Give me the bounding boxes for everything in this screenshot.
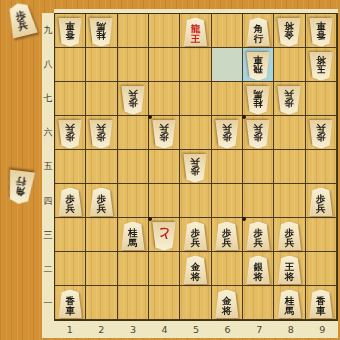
piece-char: 車 bbox=[253, 55, 263, 65]
piece-char: 兵 bbox=[253, 123, 263, 133]
rank-label-二: 二 bbox=[42, 253, 54, 287]
piece-face: 香車 bbox=[308, 289, 333, 318]
piece-gote-kinsho[interactable]: 金将 bbox=[183, 255, 208, 284]
square-5四[interactable] bbox=[180, 184, 211, 218]
square-9六[interactable]: 歩兵 bbox=[306, 116, 337, 150]
piece-face: 歩兵 bbox=[89, 187, 114, 216]
square-3一[interactable] bbox=[118, 286, 149, 320]
piece-gote-fuhyo[interactable]: 歩兵 bbox=[214, 221, 239, 250]
square-9七[interactable] bbox=[306, 82, 337, 116]
piece-face: 銀将 bbox=[246, 255, 271, 284]
square-5八[interactable] bbox=[180, 48, 211, 82]
piece-char: 馬 bbox=[128, 237, 138, 247]
piece-face: 角行 bbox=[5, 169, 36, 205]
piece-face: 歩兵 bbox=[183, 221, 208, 250]
piece-sente-fuhyo[interactable]: 歩兵 bbox=[152, 119, 177, 148]
piece-face: と bbox=[152, 221, 177, 250]
piece-char: 車 bbox=[65, 305, 75, 315]
square-3九[interactable] bbox=[118, 14, 149, 48]
piece-face: 金将 bbox=[277, 17, 302, 46]
piece-char: 兵 bbox=[191, 157, 201, 167]
square-3八[interactable] bbox=[118, 48, 149, 82]
square-2三[interactable] bbox=[86, 218, 117, 252]
piece-gote-fuhyo[interactable]: 歩兵 bbox=[89, 187, 114, 216]
square-5一[interactable] bbox=[180, 286, 211, 320]
square-7九[interactable]: 角行 bbox=[243, 14, 274, 48]
file-label-6: 6 bbox=[212, 321, 244, 338]
piece-char: 兵 bbox=[97, 203, 107, 213]
square-2五[interactable] bbox=[86, 150, 117, 184]
piece-char: 行 bbox=[16, 175, 27, 186]
square-5五[interactable]: 歩兵 bbox=[180, 150, 211, 184]
square-5七[interactable] bbox=[180, 82, 211, 116]
piece-sente-kinsho[interactable]: 金将 bbox=[277, 17, 302, 46]
label-corner bbox=[42, 321, 54, 338]
piece-face: 桂馬 bbox=[246, 85, 271, 114]
sente-hand-piece[interactable]: 角行 bbox=[5, 169, 36, 205]
piece-face: 金将 bbox=[183, 255, 208, 284]
piece-gote-osho[interactable]: 王将 bbox=[277, 255, 302, 284]
gote-hand-piece[interactable]: 歩兵 bbox=[4, 0, 38, 39]
star-point bbox=[242, 115, 246, 119]
square-6二[interactable] bbox=[212, 252, 243, 286]
piece-char: 車 bbox=[316, 21, 326, 31]
square-7二[interactable]: 銀将 bbox=[243, 252, 274, 286]
square-2九[interactable]: 桂馬 bbox=[86, 14, 117, 48]
piece-face: 香車 bbox=[58, 17, 83, 46]
square-1三[interactable] bbox=[55, 218, 86, 252]
square-7五[interactable] bbox=[243, 150, 274, 184]
square-9五[interactable] bbox=[306, 150, 337, 184]
piece-sente-kyosha[interactable]: 香車 bbox=[58, 17, 83, 46]
piece-face: 歩兵 bbox=[214, 221, 239, 250]
piece-face: 歩兵 bbox=[277, 221, 302, 250]
piece-char: 兵 bbox=[222, 123, 232, 133]
square-8三[interactable]: 歩兵 bbox=[274, 218, 305, 252]
piece-char: 兵 bbox=[222, 237, 232, 247]
square-3四[interactable] bbox=[118, 184, 149, 218]
square-3六[interactable] bbox=[118, 116, 149, 150]
piece-char: 兵 bbox=[97, 123, 107, 133]
square-5九[interactable]: 龍王 bbox=[180, 14, 211, 48]
piece-char: 兵 bbox=[316, 123, 326, 133]
piece-face: 桂馬 bbox=[120, 221, 145, 250]
rank-label-八: 八 bbox=[42, 47, 54, 81]
piece-face: 飛車 bbox=[246, 51, 271, 80]
square-7六[interactable]: 歩兵 bbox=[243, 116, 274, 150]
square-9三[interactable] bbox=[306, 218, 337, 252]
file-label-1: 1 bbox=[54, 321, 86, 338]
square-4五[interactable] bbox=[149, 150, 180, 184]
square-4二[interactable] bbox=[149, 252, 180, 286]
piece-face: 金将 bbox=[214, 289, 239, 318]
rank-labels: 九八七六五四三二一 bbox=[42, 13, 54, 321]
square-6一[interactable]: 金将 bbox=[212, 286, 243, 320]
square-8七[interactable]: 歩兵 bbox=[274, 82, 305, 116]
square-3七[interactable]: 歩兵 bbox=[118, 82, 149, 116]
piece-char: 兵 bbox=[128, 89, 138, 99]
piece-char: 兵 bbox=[285, 237, 295, 247]
square-2七[interactable] bbox=[86, 82, 117, 116]
piece-face: 香車 bbox=[58, 289, 83, 318]
square-1一[interactable]: 香車 bbox=[55, 286, 86, 320]
file-label-9: 9 bbox=[307, 321, 339, 338]
square-6八[interactable] bbox=[212, 48, 243, 82]
piece-gote-fuhyo[interactable]: 歩兵 bbox=[246, 221, 271, 250]
square-6九[interactable] bbox=[212, 14, 243, 48]
square-1八[interactable] bbox=[55, 48, 86, 82]
piece-sente-fuhyo[interactable]: 歩兵 bbox=[214, 119, 239, 148]
square-4三[interactable]: と bbox=[149, 218, 180, 252]
square-2六[interactable]: 歩兵 bbox=[86, 116, 117, 150]
piece-gote-ginsho[interactable]: 銀将 bbox=[246, 255, 271, 284]
file-label-8: 8 bbox=[275, 321, 307, 338]
piece-char: 王 bbox=[191, 33, 201, 43]
square-4六[interactable]: 歩兵 bbox=[149, 116, 180, 150]
square-9八[interactable]: 玉将 bbox=[306, 48, 337, 82]
square-4九[interactable] bbox=[149, 14, 180, 48]
rank-label-四: 四 bbox=[42, 184, 54, 218]
piece-face: 歩兵 bbox=[89, 119, 114, 148]
piece-face: 歩兵 bbox=[246, 221, 271, 250]
file-label-4: 4 bbox=[149, 321, 181, 338]
square-3三[interactable]: 桂馬 bbox=[118, 218, 149, 252]
square-1二[interactable] bbox=[55, 252, 86, 286]
square-5二[interactable]: 金将 bbox=[180, 252, 211, 286]
square-1七[interactable] bbox=[55, 82, 86, 116]
piece-face: 桂馬 bbox=[89, 17, 114, 46]
rank-label-一: 一 bbox=[42, 287, 54, 321]
piece-sente-keima[interactable]: 桂馬 bbox=[89, 17, 114, 46]
square-2二[interactable] bbox=[86, 252, 117, 286]
star-point bbox=[148, 115, 152, 119]
square-4七[interactable] bbox=[149, 82, 180, 116]
file-label-7: 7 bbox=[243, 321, 275, 338]
piece-gote-kinsho[interactable]: 金将 bbox=[214, 289, 239, 318]
square-3五[interactable] bbox=[118, 150, 149, 184]
piece-face: 歩兵 bbox=[214, 119, 239, 148]
rank-label-五: 五 bbox=[42, 150, 54, 184]
square-7八[interactable]: 飛車 bbox=[243, 48, 274, 82]
rank-label-六: 六 bbox=[42, 116, 54, 150]
piece-char: 兵 bbox=[65, 203, 75, 213]
square-5三[interactable]: 歩兵 bbox=[180, 218, 211, 252]
square-9二[interactable] bbox=[306, 252, 337, 286]
square-4四[interactable] bbox=[149, 184, 180, 218]
piece-char: 馬 bbox=[253, 89, 263, 99]
piece-sente-fuhyo[interactable]: 歩兵 bbox=[89, 119, 114, 148]
piece-face: 王将 bbox=[277, 255, 302, 284]
square-9一[interactable]: 香車 bbox=[306, 286, 337, 320]
square-4八[interactable] bbox=[149, 48, 180, 82]
piece-gote-kakugyo[interactable]: 角行 bbox=[246, 17, 271, 46]
piece-sente-fuhyo[interactable]: 歩兵 bbox=[277, 85, 302, 114]
piece-char: 将 bbox=[316, 55, 326, 65]
piece-face: 歩兵 bbox=[4, 0, 38, 39]
piece-char: 将 bbox=[253, 271, 263, 281]
piece-face: 歩兵 bbox=[152, 119, 177, 148]
piece-char: 兵 bbox=[285, 89, 295, 99]
square-8九[interactable]: 金将 bbox=[274, 14, 305, 48]
piece-char: 兵 bbox=[316, 203, 326, 213]
square-1六[interactable]: 歩兵 bbox=[55, 116, 86, 150]
square-8五[interactable] bbox=[274, 150, 305, 184]
piece-char: 馬 bbox=[97, 21, 107, 31]
piece-gote-fuhyo[interactable]: 歩兵 bbox=[58, 187, 83, 216]
piece-gote-kyosha[interactable]: 香車 bbox=[308, 289, 333, 318]
square-8六[interactable] bbox=[274, 116, 305, 150]
piece-char: 兵 bbox=[65, 123, 75, 133]
piece-sente-tokin[interactable]: と bbox=[152, 221, 177, 250]
square-6六[interactable]: 歩兵 bbox=[212, 116, 243, 150]
piece-sente-keima[interactable]: 桂馬 bbox=[246, 85, 271, 114]
square-6五[interactable] bbox=[212, 150, 243, 184]
square-8二[interactable]: 王将 bbox=[274, 252, 305, 286]
piece-char: と bbox=[158, 228, 171, 241]
square-8一[interactable]: 桂馬 bbox=[274, 286, 305, 320]
square-7一[interactable] bbox=[243, 286, 274, 320]
shogi-app-screen: { "game": "shogi", "position": { "sfen":… bbox=[0, 0, 340, 340]
piece-char: 馬 bbox=[285, 305, 295, 315]
piece-gote-fuhyo[interactable]: 歩兵 bbox=[308, 187, 333, 216]
piece-char: 将 bbox=[285, 271, 295, 281]
piece-char: 車 bbox=[316, 305, 326, 315]
piece-face: 歩兵 bbox=[58, 187, 83, 216]
piece-face: 歩兵 bbox=[120, 85, 145, 114]
piece-face: 桂馬 bbox=[277, 289, 302, 318]
square-4一[interactable] bbox=[149, 286, 180, 320]
piece-sente-fuhyo[interactable]: 歩兵 bbox=[246, 119, 271, 148]
piece-char: 兵 bbox=[253, 237, 263, 247]
square-9九[interactable]: 香車 bbox=[306, 14, 337, 48]
square-5六[interactable] bbox=[180, 116, 211, 150]
square-6三[interactable]: 歩兵 bbox=[212, 218, 243, 252]
rank-label-三: 三 bbox=[42, 218, 54, 252]
square-1四[interactable]: 歩兵 bbox=[55, 184, 86, 218]
square-1五[interactable] bbox=[55, 150, 86, 184]
square-7七[interactable]: 桂馬 bbox=[243, 82, 274, 116]
shogi-board: 香車桂馬龍王角行金将香車飛車玉将歩兵桂馬歩兵歩兵歩兵歩兵歩兵歩兵歩兵歩兵歩兵歩兵… bbox=[54, 13, 338, 321]
piece-char: 将 bbox=[222, 305, 232, 315]
file-label-2: 2 bbox=[86, 321, 118, 338]
square-1九[interactable]: 香車 bbox=[55, 14, 86, 48]
piece-gote-keima[interactable]: 桂馬 bbox=[120, 221, 145, 250]
square-7四[interactable] bbox=[243, 184, 274, 218]
piece-gote-fuhyo[interactable]: 歩兵 bbox=[183, 221, 208, 250]
piece-sente-fuhyo[interactable]: 歩兵 bbox=[120, 85, 145, 114]
piece-face: 角行 bbox=[246, 17, 271, 46]
piece-sente-gyokusho[interactable]: 玉将 bbox=[308, 51, 333, 80]
square-9四[interactable]: 歩兵 bbox=[306, 184, 337, 218]
piece-face: 龍王 bbox=[183, 17, 208, 46]
square-6七[interactable] bbox=[212, 82, 243, 116]
piece-char: 行 bbox=[253, 33, 263, 43]
piece-face: 歩兵 bbox=[246, 119, 271, 148]
piece-face: 歩兵 bbox=[183, 153, 208, 182]
piece-gote-ryuo[interactable]: 龍王 bbox=[183, 17, 208, 46]
rank-label-七: 七 bbox=[42, 81, 54, 115]
rank-label-九: 九 bbox=[42, 13, 54, 47]
file-label-3: 3 bbox=[117, 321, 149, 338]
piece-char: 兵 bbox=[159, 123, 169, 133]
piece-gote-kyosha[interactable]: 香車 bbox=[58, 289, 83, 318]
piece-face: 歩兵 bbox=[308, 187, 333, 216]
piece-char: 将 bbox=[285, 21, 295, 31]
square-3二[interactable] bbox=[118, 252, 149, 286]
piece-sente-fuhyo[interactable]: 歩兵 bbox=[308, 119, 333, 148]
file-labels: 123456789 bbox=[54, 321, 338, 338]
square-7三[interactable]: 歩兵 bbox=[243, 218, 274, 252]
piece-gote-keima[interactable]: 桂馬 bbox=[277, 289, 302, 318]
piece-face: 香車 bbox=[308, 17, 333, 46]
square-6四[interactable] bbox=[212, 184, 243, 218]
piece-sente-kyosha[interactable]: 香車 bbox=[308, 17, 333, 46]
piece-sente-hisha[interactable]: 飛車 bbox=[246, 51, 271, 80]
square-8八[interactable] bbox=[274, 48, 305, 82]
square-2一[interactable] bbox=[86, 286, 117, 320]
piece-sente-fuhyo[interactable]: 歩兵 bbox=[183, 153, 208, 182]
piece-face: 玉将 bbox=[308, 51, 333, 80]
square-2四[interactable]: 歩兵 bbox=[86, 184, 117, 218]
piece-gote-fuhyo[interactable]: 歩兵 bbox=[277, 221, 302, 250]
piece-char: 将 bbox=[191, 271, 201, 281]
file-label-5: 5 bbox=[180, 321, 212, 338]
piece-face: 歩兵 bbox=[308, 119, 333, 148]
square-2八[interactable] bbox=[86, 48, 117, 82]
piece-char: 兵 bbox=[191, 237, 201, 247]
piece-char: 兵 bbox=[17, 20, 29, 32]
square-8四[interactable] bbox=[274, 184, 305, 218]
piece-face: 歩兵 bbox=[277, 85, 302, 114]
piece-char: 車 bbox=[65, 21, 75, 31]
piece-sente-fuhyo[interactable]: 歩兵 bbox=[58, 119, 83, 148]
piece-face: 歩兵 bbox=[58, 119, 83, 148]
